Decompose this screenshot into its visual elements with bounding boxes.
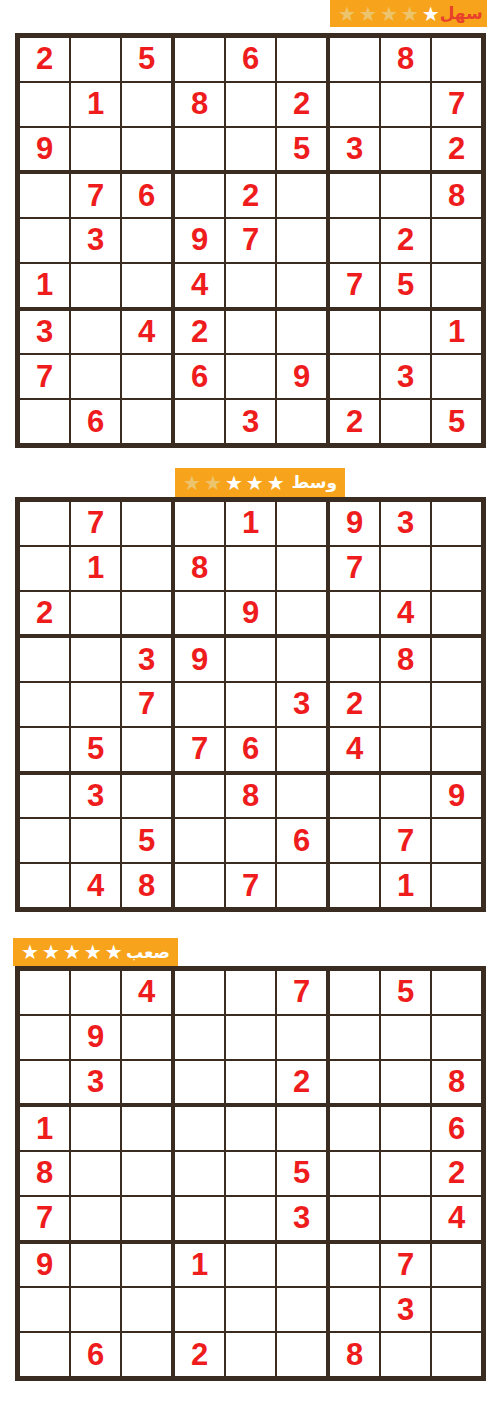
sudoku-cell-r4c2[interactable] xyxy=(71,1107,120,1150)
star-empty-icon: ★ xyxy=(338,4,356,24)
sudoku-cell-r4c8[interactable] xyxy=(381,174,430,217)
sudoku-cell-r2c9[interactable] xyxy=(432,547,481,590)
sudoku-cell-r2c5[interactable] xyxy=(226,83,275,126)
sudoku-cell-r6c9: 4 xyxy=(432,1197,481,1240)
sudoku-cell-r8c9[interactable] xyxy=(432,819,481,862)
sudoku-cell-r3c3[interactable] xyxy=(122,1061,171,1104)
sudoku-cell-r3c3[interactable] xyxy=(122,128,171,171)
sudoku-cell-r9c6[interactable] xyxy=(277,400,326,443)
sudoku-cell-r5c3[interactable] xyxy=(122,219,171,262)
sudoku-cell-r3c6: 2 xyxy=(277,1061,326,1104)
sudoku-board-hard: 4937258187536249612738 xyxy=(15,966,486,1381)
sudoku-cell-r5c1[interactable] xyxy=(20,683,69,726)
sudoku-cell-r9c7: 8 xyxy=(330,1333,379,1376)
sudoku-cell-r6c8: 5 xyxy=(381,264,430,307)
sudoku-cell-r9c3[interactable] xyxy=(122,1333,171,1376)
sudoku-cell-r2c8[interactable] xyxy=(381,83,430,126)
sudoku-cell-r4c4: 9 xyxy=(175,638,224,681)
difficulty-label-easy: سهل xyxy=(440,5,483,22)
sudoku-cell-r5c1[interactable] xyxy=(20,219,69,262)
sudoku-cell-r7c8: 7 xyxy=(381,1244,430,1287)
sudoku-cell-r3c2[interactable] xyxy=(71,128,120,171)
sudoku-box: 3476 xyxy=(20,311,171,443)
sudoku-cell-r3c5[interactable] xyxy=(226,128,275,171)
sudoku-cell-r2c2: 1 xyxy=(71,547,120,590)
sudoku-cell-r7c1[interactable] xyxy=(20,775,69,818)
sudoku-cell-r1c1[interactable] xyxy=(20,502,69,545)
sudoku-cell-r2c4: 8 xyxy=(175,83,224,126)
sudoku-cell-r7c2: 3 xyxy=(71,775,120,818)
sudoku-cell-r1c4[interactable] xyxy=(175,38,224,81)
sudoku-cell-r2c4: 8 xyxy=(175,547,224,590)
sudoku-cell-r8c7[interactable] xyxy=(330,1288,379,1331)
sudoku-cell-r5c3[interactable] xyxy=(122,1152,171,1195)
sudoku-cell-r7c5[interactable] xyxy=(226,311,275,354)
sudoku-cell-r3c8[interactable] xyxy=(381,1061,430,1104)
sudoku-cell-r4c9: 6 xyxy=(432,1107,481,1150)
sudoku-cell-r9c6[interactable] xyxy=(277,1333,326,1376)
sudoku-cell-r2c2: 1 xyxy=(71,83,120,126)
sudoku-cell-r6c6[interactable] xyxy=(277,728,326,771)
sudoku-cell-r9c9[interactable] xyxy=(432,864,481,907)
sudoku-cell-r7c7[interactable] xyxy=(330,775,379,818)
sudoku-page: ★★★★★ سهل 251968258732763129748275347626… xyxy=(0,0,500,1404)
sudoku-cell-r1c4[interactable] xyxy=(175,502,224,545)
sudoku-cell-r9c9: 5 xyxy=(432,400,481,443)
sudoku-cell-r1c9[interactable] xyxy=(432,971,481,1014)
sudoku-cell-r2c6: 2 xyxy=(277,83,326,126)
sudoku-cell-r6c4[interactable] xyxy=(175,1197,224,1240)
sudoku-cell-r4c1[interactable] xyxy=(20,638,69,681)
sudoku-cell-r1c6[interactable] xyxy=(277,38,326,81)
sudoku-cell-r5c3: 7 xyxy=(122,683,171,726)
sudoku-cell-r9c8[interactable] xyxy=(381,1333,430,1376)
sudoku-box: 8732 xyxy=(330,38,481,170)
sudoku-cell-r2c6[interactable] xyxy=(277,1016,326,1059)
sudoku-cell-r7c7[interactable] xyxy=(330,1244,379,1287)
sudoku-box: 1325 xyxy=(330,311,481,443)
sudoku-cell-r1c9[interactable] xyxy=(432,38,481,81)
sudoku-cell-r9c4: 2 xyxy=(175,1333,224,1376)
sudoku-cell-r1c5: 1 xyxy=(226,502,275,545)
sudoku-cell-r3c7: 3 xyxy=(330,128,379,171)
sudoku-cell-r3c8[interactable] xyxy=(381,128,430,171)
sudoku-cell-r6c1: 1 xyxy=(20,264,69,307)
sudoku-cell-r8c7[interactable] xyxy=(330,355,379,398)
sudoku-cell-r8c4[interactable] xyxy=(175,1288,224,1331)
sudoku-cell-r5c7[interactable] xyxy=(330,219,379,262)
sudoku-cell-r5c8[interactable] xyxy=(381,1152,430,1195)
sudoku-cell-r1c2[interactable] xyxy=(71,971,120,1014)
sudoku-cell-r9c9[interactable] xyxy=(432,1333,481,1376)
sudoku-cell-r9c5: 7 xyxy=(226,864,275,907)
sudoku-cell-r9c8: 1 xyxy=(381,864,430,907)
sudoku-cell-r5c6: 5 xyxy=(277,1152,326,1195)
star-filled-icon: ★ xyxy=(267,473,285,493)
sudoku-cell-r5c6: 3 xyxy=(277,683,326,726)
sudoku-cell-r3c1: 2 xyxy=(20,592,69,635)
star-filled-icon: ★ xyxy=(225,473,243,493)
sudoku-cell-r8c4: 6 xyxy=(175,355,224,398)
sudoku-cell-r4c6[interactable] xyxy=(277,1107,326,1150)
sudoku-cell-r4c8[interactable] xyxy=(381,1107,430,1150)
sudoku-cell-r5c1: 8 xyxy=(20,1152,69,1195)
sudoku-cell-r4c2[interactable] xyxy=(71,638,120,681)
sudoku-cell-r7c8[interactable] xyxy=(381,311,430,354)
sudoku-box: 9376 xyxy=(175,638,326,770)
sudoku-cell-r3c6[interactable] xyxy=(277,592,326,635)
sudoku-cell-r8c8: 3 xyxy=(381,1288,430,1331)
sudoku-cell-r5c6[interactable] xyxy=(277,219,326,262)
sudoku-cell-r6c4: 7 xyxy=(175,728,224,771)
sudoku-cell-r7c6[interactable] xyxy=(277,775,326,818)
sudoku-cell-r4c8: 8 xyxy=(381,638,430,681)
sudoku-cell-r6c9[interactable] xyxy=(432,728,481,771)
sudoku-cell-r5c4: 9 xyxy=(175,219,224,262)
sudoku-cell-r6c6: 3 xyxy=(277,1197,326,1240)
sudoku-cell-r1c3: 5 xyxy=(122,38,171,81)
sudoku-cell-r2c6[interactable] xyxy=(277,547,326,590)
sudoku-cell-r2c9: 7 xyxy=(432,83,481,126)
sudoku-cell-r4c3: 3 xyxy=(122,638,171,681)
sudoku-cell-r8c1[interactable] xyxy=(20,819,69,862)
sudoku-cell-r8c4[interactable] xyxy=(175,819,224,862)
sudoku-cell-r4c5[interactable] xyxy=(226,638,275,681)
sudoku-cell-r1c9[interactable] xyxy=(432,502,481,545)
sudoku-cell-r5c4[interactable] xyxy=(175,1152,224,1195)
sudoku-box: 6825 xyxy=(175,38,326,170)
difficulty-badge-easy: ★★★★★ سهل xyxy=(330,0,487,27)
sudoku-cell-r9c7: 2 xyxy=(330,400,379,443)
sudoku-cell-r6c6[interactable] xyxy=(277,264,326,307)
sudoku-cell-r3c4[interactable] xyxy=(175,128,224,171)
sudoku-cell-r6c5: 6 xyxy=(226,728,275,771)
sudoku-cell-r8c9[interactable] xyxy=(432,355,481,398)
sudoku-cell-r4c5[interactable] xyxy=(226,1107,275,1150)
sudoku-box: 2519 xyxy=(20,38,171,170)
sudoku-cell-r7c1: 9 xyxy=(20,1244,69,1287)
sudoku-cell-r4c7[interactable] xyxy=(330,638,379,681)
sudoku-cell-r1c2: 7 xyxy=(71,502,120,545)
sudoku-cell-r4c9[interactable] xyxy=(432,638,481,681)
sudoku-cell-r1c5[interactable] xyxy=(226,971,275,1014)
sudoku-cell-r1c2[interactable] xyxy=(71,38,120,81)
sudoku-cell-r7c4: 1 xyxy=(175,1244,224,1287)
sudoku-cell-r2c5[interactable] xyxy=(226,547,275,590)
sudoku-cell-r3c9: 2 xyxy=(432,128,481,171)
sudoku-cell-r5c9: 2 xyxy=(432,1152,481,1195)
star-empty-icon: ★ xyxy=(183,473,201,493)
sudoku-cell-r5c8: 2 xyxy=(381,219,430,262)
star-empty-icon: ★ xyxy=(359,4,377,24)
sudoku-cell-r2c3[interactable] xyxy=(122,83,171,126)
star-filled-icon: ★ xyxy=(422,4,440,24)
sudoku-box: 53 xyxy=(175,1107,326,1239)
sudoku-box: 187 xyxy=(20,1107,171,1239)
sudoku-cell-r4c4[interactable] xyxy=(175,1107,224,1150)
difficulty-badge-hard: ★★★★★ صعب xyxy=(13,938,178,966)
sudoku-cell-r7c2[interactable] xyxy=(71,1244,120,1287)
sudoku-cell-r6c8[interactable] xyxy=(381,1197,430,1240)
sudoku-cell-r3c7[interactable] xyxy=(330,592,379,635)
sudoku-cell-r8c8: 7 xyxy=(381,819,430,862)
sudoku-cell-r6c1[interactable] xyxy=(20,728,69,771)
sudoku-cell-r5c5[interactable] xyxy=(226,1152,275,1195)
sudoku-cell-r2c8[interactable] xyxy=(381,1016,430,1059)
sudoku-cell-r2c8[interactable] xyxy=(381,547,430,590)
sudoku-cell-r3c5[interactable] xyxy=(226,1061,275,1104)
sudoku-cell-r7c3[interactable] xyxy=(122,775,171,818)
sudoku-cell-r9c8[interactable] xyxy=(381,400,430,443)
sudoku-box: 738 xyxy=(330,1244,481,1376)
sudoku-cell-r5c7[interactable] xyxy=(330,1152,379,1195)
sudoku-cell-r2c3[interactable] xyxy=(122,547,171,590)
sudoku-cell-r2c7[interactable] xyxy=(330,1016,379,1059)
sudoku-cell-r9c1[interactable] xyxy=(20,864,69,907)
sudoku-cell-r9c2: 4 xyxy=(71,864,120,907)
sudoku-cell-r8c3[interactable] xyxy=(122,1288,171,1331)
sudoku-cell-r8c6: 6 xyxy=(277,819,326,862)
sudoku-cell-r7c5: 8 xyxy=(226,775,275,818)
sudoku-cell-r9c5[interactable] xyxy=(226,1333,275,1376)
sudoku-cell-r6c4: 4 xyxy=(175,264,224,307)
sudoku-cell-r3c3[interactable] xyxy=(122,592,171,635)
sudoku-cell-r6c2[interactable] xyxy=(71,1197,120,1240)
sudoku-cell-r8c5[interactable] xyxy=(226,1288,275,1331)
sudoku-cell-r6c7: 4 xyxy=(330,728,379,771)
sudoku-cell-r5c9[interactable] xyxy=(432,219,481,262)
sudoku-cell-r5c2[interactable] xyxy=(71,1152,120,1195)
sudoku-box: 12 xyxy=(175,1244,326,1376)
sudoku-cell-r3c9[interactable] xyxy=(432,592,481,635)
sudoku-cell-r3c2[interactable] xyxy=(71,592,120,635)
star-rating-easy: ★★★★★ xyxy=(338,4,440,24)
star-rating-medium: ★★★★★ xyxy=(183,473,285,493)
sudoku-cell-r8c1: 7 xyxy=(20,355,69,398)
sudoku-cell-r5c4[interactable] xyxy=(175,683,224,726)
sudoku-box: 72 xyxy=(175,971,326,1103)
sudoku-cell-r1c8: 8 xyxy=(381,38,430,81)
sudoku-cell-r8c3[interactable] xyxy=(122,355,171,398)
sudoku-cell-r8c9[interactable] xyxy=(432,1288,481,1331)
sudoku-cell-r3c2: 3 xyxy=(71,1061,120,1104)
star-filled-icon: ★ xyxy=(63,942,81,962)
sudoku-cell-r4c9: 8 xyxy=(432,174,481,217)
sudoku-cell-r3c1: 9 xyxy=(20,128,69,171)
sudoku-cell-r6c7[interactable] xyxy=(330,1197,379,1240)
sudoku-cell-r1c4[interactable] xyxy=(175,971,224,1014)
sudoku-box: 96 xyxy=(20,1244,171,1376)
sudoku-cell-r9c5: 3 xyxy=(226,400,275,443)
sudoku-cell-r9c2: 6 xyxy=(71,400,120,443)
sudoku-cell-r1c7[interactable] xyxy=(330,38,379,81)
sudoku-cell-r1c6: 7 xyxy=(277,971,326,1014)
sudoku-cell-r1c1[interactable] xyxy=(20,971,69,1014)
star-filled-icon: ★ xyxy=(246,473,264,493)
sudoku-cell-r6c2: 5 xyxy=(71,728,120,771)
sudoku-cell-r4c7[interactable] xyxy=(330,174,379,217)
star-filled-icon: ★ xyxy=(84,942,102,962)
sudoku-cell-r7c9[interactable] xyxy=(432,1244,481,1287)
sudoku-cell-r8c2[interactable] xyxy=(71,819,120,862)
sudoku-box: 375 xyxy=(20,638,171,770)
sudoku-cell-r1c8: 5 xyxy=(381,971,430,1014)
sudoku-cell-r2c7[interactable] xyxy=(330,83,379,126)
sudoku-box: 971 xyxy=(330,775,481,907)
star-empty-icon: ★ xyxy=(204,473,222,493)
sudoku-cell-r3c9: 8 xyxy=(432,1061,481,1104)
sudoku-box: 58 xyxy=(330,971,481,1103)
sudoku-cell-r8c3: 5 xyxy=(122,819,171,862)
sudoku-cell-r4c7[interactable] xyxy=(330,1107,379,1150)
sudoku-board-medium: 712189937437593768243548867971 xyxy=(15,497,486,912)
sudoku-box: 493 xyxy=(20,971,171,1103)
sudoku-cell-r7c2[interactable] xyxy=(71,311,120,354)
sudoku-cell-r1c8: 3 xyxy=(381,502,430,545)
sudoku-cell-r6c5[interactable] xyxy=(226,264,275,307)
sudoku-cell-r9c7[interactable] xyxy=(330,864,379,907)
sudoku-cell-r7c3: 4 xyxy=(122,311,171,354)
star-empty-icon: ★ xyxy=(380,4,398,24)
sudoku-cell-r9c4[interactable] xyxy=(175,864,224,907)
sudoku-cell-r3c4[interactable] xyxy=(175,592,224,635)
sudoku-box: 7631 xyxy=(20,174,171,306)
difficulty-label-hard: صعب xyxy=(126,944,170,961)
sudoku-cell-r6c7: 7 xyxy=(330,264,379,307)
sudoku-cell-r5c2: 3 xyxy=(71,219,120,262)
sudoku-cell-r7c6[interactable] xyxy=(277,1244,326,1287)
sudoku-cell-r6c1: 7 xyxy=(20,1197,69,1240)
sudoku-cell-r9c2: 6 xyxy=(71,1333,120,1376)
sudoku-cell-r6c3[interactable] xyxy=(122,264,171,307)
sudoku-cell-r2c1[interactable] xyxy=(20,1016,69,1059)
sudoku-cell-r9c1[interactable] xyxy=(20,1333,69,1376)
sudoku-cell-r1c3: 4 xyxy=(122,971,171,1014)
sudoku-cell-r3c7[interactable] xyxy=(330,1061,379,1104)
sudoku-box: 2974 xyxy=(175,174,326,306)
sudoku-cell-r2c3[interactable] xyxy=(122,1016,171,1059)
difficulty-label-medium: وسط xyxy=(292,474,338,491)
sudoku-cell-r7c8[interactable] xyxy=(381,775,430,818)
sudoku-cell-r8c8: 3 xyxy=(381,355,430,398)
sudoku-cell-r9c3[interactable] xyxy=(122,400,171,443)
sudoku-box: 624 xyxy=(330,1107,481,1239)
sudoku-cell-r6c3[interactable] xyxy=(122,1197,171,1240)
sudoku-box: 8275 xyxy=(330,174,481,306)
sudoku-board-easy: 251968258732763129748275347626931325 xyxy=(15,33,486,448)
sudoku-cell-r5c9[interactable] xyxy=(432,683,481,726)
sudoku-cell-r6c8[interactable] xyxy=(381,728,430,771)
sudoku-cell-r1c7: 9 xyxy=(330,502,379,545)
sudoku-cell-r6c2[interactable] xyxy=(71,264,120,307)
difficulty-badge-medium: ★★★★★ وسط xyxy=(175,468,345,497)
star-filled-icon: ★ xyxy=(105,942,123,962)
sudoku-cell-r1c5: 6 xyxy=(226,38,275,81)
sudoku-cell-r2c1[interactable] xyxy=(20,83,69,126)
sudoku-cell-r7c1: 3 xyxy=(20,311,69,354)
sudoku-cell-r8c5[interactable] xyxy=(226,355,275,398)
sudoku-cell-r4c6[interactable] xyxy=(277,174,326,217)
sudoku-cell-r7c9: 9 xyxy=(432,775,481,818)
sudoku-cell-r4c3: 6 xyxy=(122,174,171,217)
sudoku-cell-r1c1: 2 xyxy=(20,38,69,81)
sudoku-cell-r4c1: 1 xyxy=(20,1107,69,1150)
sudoku-cell-r5c7: 2 xyxy=(330,683,379,726)
sudoku-cell-r7c9: 1 xyxy=(432,311,481,354)
sudoku-cell-r3c8: 4 xyxy=(381,592,430,635)
sudoku-box: 824 xyxy=(330,638,481,770)
sudoku-cell-r9c6[interactable] xyxy=(277,864,326,907)
sudoku-cell-r6c3[interactable] xyxy=(122,728,171,771)
sudoku-box: 867 xyxy=(175,775,326,907)
sudoku-cell-r4c6[interactable] xyxy=(277,638,326,681)
sudoku-cell-r2c7: 7 xyxy=(330,547,379,590)
sudoku-cell-r1c3[interactable] xyxy=(122,502,171,545)
sudoku-cell-r6c5[interactable] xyxy=(226,1197,275,1240)
sudoku-cell-r8c7[interactable] xyxy=(330,819,379,862)
sudoku-box: 2693 xyxy=(175,311,326,443)
sudoku-box: 189 xyxy=(175,502,326,634)
sudoku-box: 3548 xyxy=(20,775,171,907)
sudoku-cell-r8c6[interactable] xyxy=(277,1288,326,1331)
star-filled-icon: ★ xyxy=(21,942,39,962)
sudoku-cell-r7c7[interactable] xyxy=(330,311,379,354)
sudoku-cell-r8c2[interactable] xyxy=(71,355,120,398)
sudoku-cell-r8c1[interactable] xyxy=(20,1288,69,1331)
sudoku-cell-r7c4[interactable] xyxy=(175,775,224,818)
sudoku-cell-r3c6: 5 xyxy=(277,128,326,171)
sudoku-cell-r7c6[interactable] xyxy=(277,311,326,354)
sudoku-cell-r8c2[interactable] xyxy=(71,1288,120,1331)
sudoku-box: 712 xyxy=(20,502,171,634)
sudoku-cell-r4c1[interactable] xyxy=(20,174,69,217)
sudoku-cell-r8c5[interactable] xyxy=(226,819,275,862)
sudoku-cell-r9c4[interactable] xyxy=(175,400,224,443)
sudoku-cell-r7c4: 2 xyxy=(175,311,224,354)
sudoku-cell-r2c4[interactable] xyxy=(175,1016,224,1059)
sudoku-cell-r5c5[interactable] xyxy=(226,683,275,726)
sudoku-cell-r4c2: 7 xyxy=(71,174,120,217)
sudoku-cell-r5c5: 7 xyxy=(226,219,275,262)
sudoku-cell-r7c3[interactable] xyxy=(122,1244,171,1287)
sudoku-cell-r4c4[interactable] xyxy=(175,174,224,217)
sudoku-cell-r4c5: 2 xyxy=(226,174,275,217)
sudoku-cell-r6c9[interactable] xyxy=(432,264,481,307)
sudoku-cell-r9c1[interactable] xyxy=(20,400,69,443)
sudoku-cell-r2c1[interactable] xyxy=(20,547,69,590)
sudoku-cell-r2c9[interactable] xyxy=(432,1016,481,1059)
sudoku-cell-r1c6[interactable] xyxy=(277,502,326,545)
sudoku-cell-r3c4[interactable] xyxy=(175,1061,224,1104)
sudoku-cell-r5c8[interactable] xyxy=(381,683,430,726)
star-filled-icon: ★ xyxy=(42,942,60,962)
sudoku-cell-r2c5[interactable] xyxy=(226,1016,275,1059)
sudoku-cell-r8c6: 9 xyxy=(277,355,326,398)
sudoku-cell-r9c3: 8 xyxy=(122,864,171,907)
sudoku-cell-r7c5[interactable] xyxy=(226,1244,275,1287)
star-rating-hard: ★★★★★ xyxy=(21,942,123,962)
sudoku-cell-r3c1[interactable] xyxy=(20,1061,69,1104)
star-empty-icon: ★ xyxy=(401,4,419,24)
sudoku-box: 9374 xyxy=(330,502,481,634)
sudoku-cell-r4c3[interactable] xyxy=(122,1107,171,1150)
sudoku-cell-r5c2[interactable] xyxy=(71,683,120,726)
sudoku-cell-r2c2: 9 xyxy=(71,1016,120,1059)
sudoku-cell-r3c5: 9 xyxy=(226,592,275,635)
sudoku-cell-r1c7[interactable] xyxy=(330,971,379,1014)
